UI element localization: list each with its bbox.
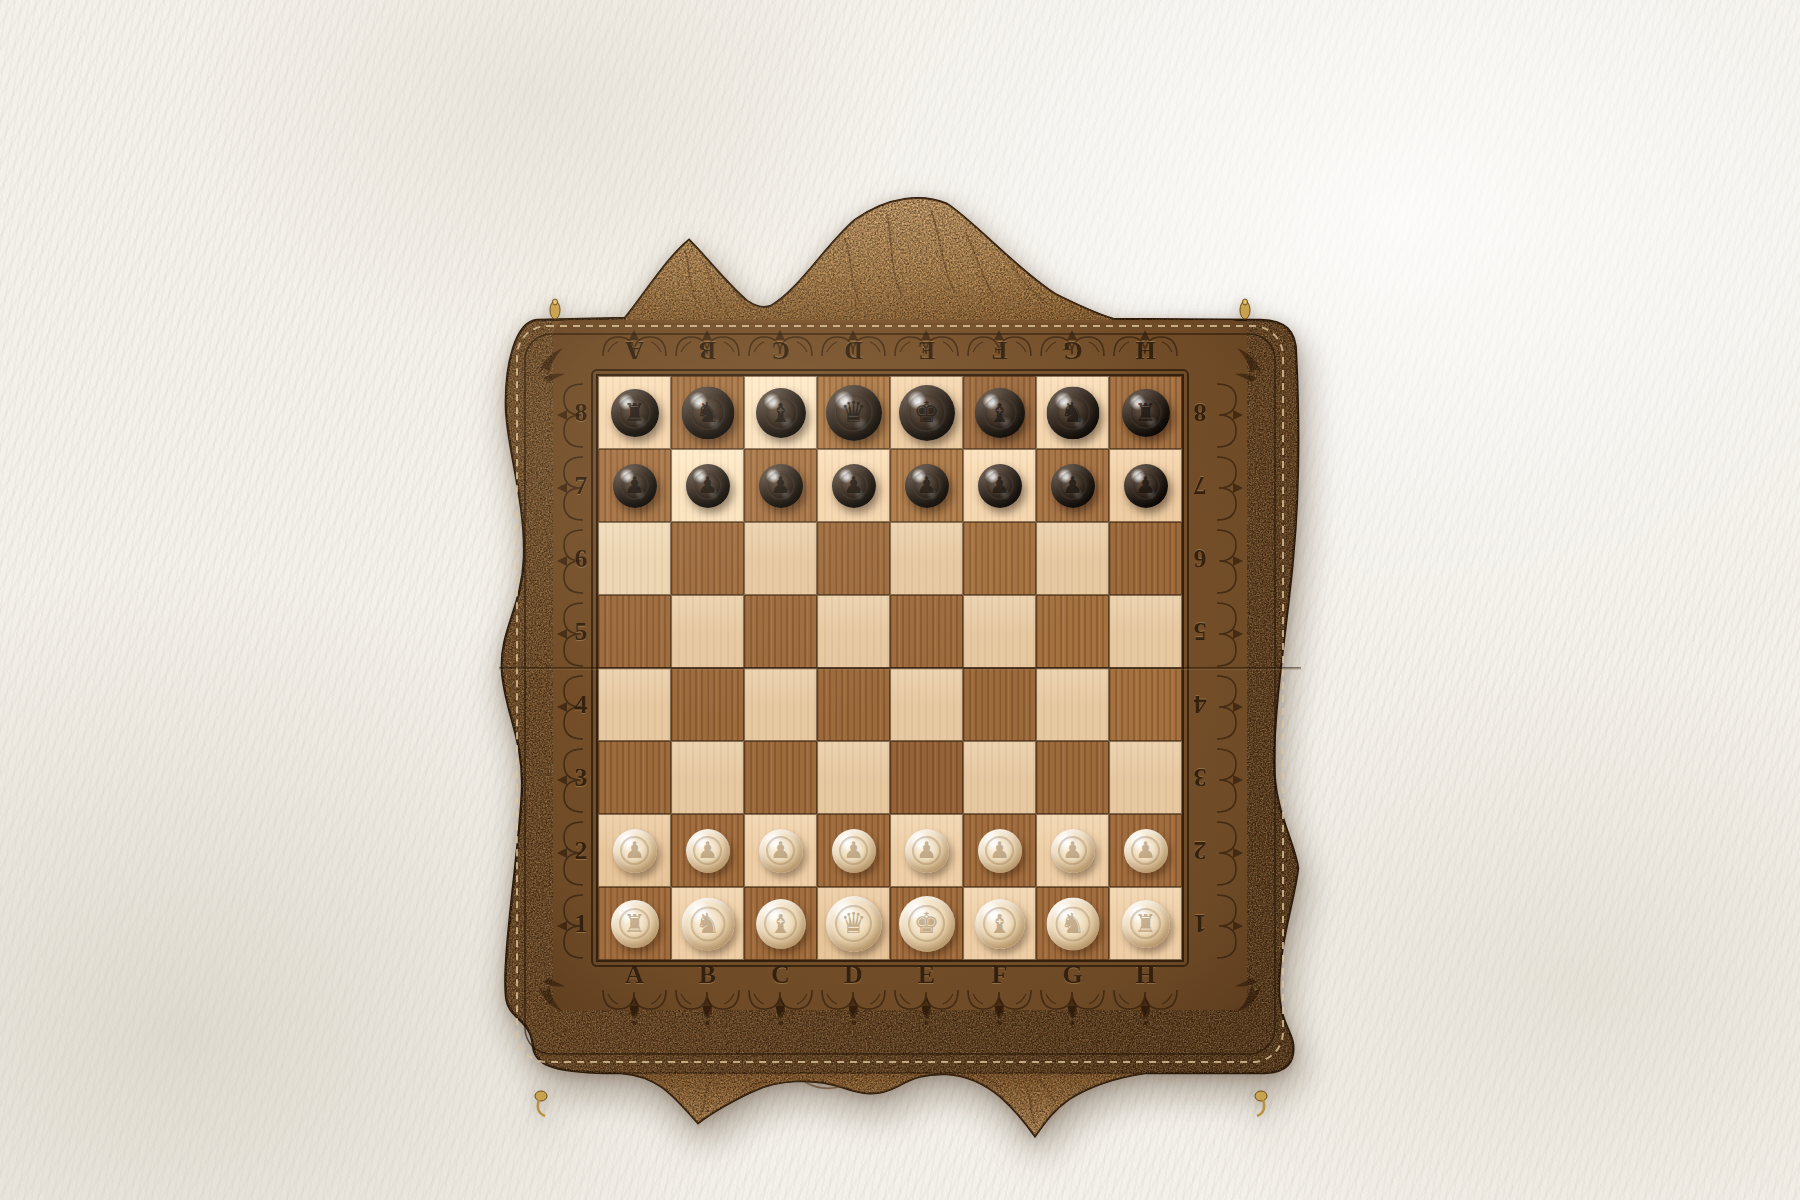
square-c4[interactable]	[744, 668, 817, 741]
piece-black-king-e8[interactable]: ♚	[899, 385, 955, 441]
square-h3[interactable]	[1109, 741, 1182, 814]
brass-clasp-bottom-left	[535, 1091, 547, 1116]
square-f6[interactable]	[963, 522, 1036, 595]
square-b6[interactable]	[671, 522, 744, 595]
piece-white-pawn-d2[interactable]: ♟	[832, 829, 876, 873]
white-knight-glyph: ♞	[695, 910, 720, 938]
piece-black-pawn-f7[interactable]: ♟	[978, 464, 1022, 508]
white-bishop-glyph: ♝	[988, 911, 1011, 937]
white-pawn-glyph: ♟	[989, 839, 1010, 862]
black-pawn-glyph: ♟	[1062, 474, 1083, 497]
square-b5[interactable]	[671, 595, 744, 668]
piece-black-pawn-h7[interactable]: ♟	[1124, 464, 1168, 508]
black-knight-glyph: ♞	[1060, 399, 1085, 427]
square-e5[interactable]	[890, 595, 963, 668]
fold-seam	[499, 667, 1301, 670]
white-pawn-glyph: ♟	[916, 839, 937, 862]
scene: { "game": "chess", "scene": { "setting":…	[0, 0, 1800, 1200]
piece-white-pawn-e2[interactable]: ♟	[905, 829, 949, 873]
piece-black-pawn-d7[interactable]: ♟	[832, 464, 876, 508]
square-a5[interactable]	[598, 595, 671, 668]
black-rook-glyph: ♜	[623, 400, 645, 425]
piece-black-pawn-b7[interactable]: ♟	[686, 464, 730, 508]
piece-black-pawn-g7[interactable]: ♟	[1051, 464, 1095, 508]
piece-black-pawn-e7[interactable]: ♟	[905, 464, 949, 508]
square-c6[interactable]	[744, 522, 817, 595]
black-pawn-glyph: ♟	[1135, 474, 1156, 497]
piece-white-bishop-c1[interactable]: ♝	[756, 899, 806, 949]
piece-white-bishop-f1[interactable]: ♝	[975, 899, 1025, 949]
square-h5[interactable]	[1109, 595, 1182, 668]
black-king-glyph: ♚	[914, 398, 940, 427]
brass-clasp-bottom-right	[1255, 1091, 1267, 1116]
brass-clasp-top-right	[1240, 299, 1250, 319]
square-f3[interactable]	[963, 741, 1036, 814]
square-e6[interactable]	[890, 522, 963, 595]
piece-white-knight-g1[interactable]: ♞	[1046, 897, 1099, 950]
black-pawn-glyph: ♟	[697, 474, 718, 497]
piece-black-pawn-a7[interactable]: ♟	[613, 464, 657, 508]
black-pawn-glyph: ♟	[770, 474, 791, 497]
white-rook-glyph: ♜	[1134, 911, 1156, 936]
piece-white-pawn-h2[interactable]: ♟	[1124, 829, 1168, 873]
white-bishop-glyph: ♝	[769, 911, 792, 937]
black-pawn-glyph: ♟	[916, 474, 937, 497]
square-d4[interactable]	[817, 668, 890, 741]
white-pawn-glyph: ♟	[624, 839, 645, 862]
piece-white-knight-b1[interactable]: ♞	[681, 897, 734, 950]
piece-white-queen-d1[interactable]: ♛	[826, 896, 882, 952]
piece-white-pawn-c2[interactable]: ♟	[759, 829, 803, 873]
black-pawn-glyph: ♟	[843, 474, 864, 497]
piece-white-rook-h1[interactable]: ♜	[1122, 900, 1170, 948]
piece-white-pawn-a2[interactable]: ♟	[613, 829, 657, 873]
square-f4[interactable]	[963, 668, 1036, 741]
white-pawn-glyph: ♟	[770, 839, 791, 862]
piece-white-rook-a1[interactable]: ♜	[611, 900, 659, 948]
square-b3[interactable]	[671, 741, 744, 814]
white-rook-glyph: ♜	[623, 911, 645, 936]
piece-white-king-e1[interactable]: ♚	[899, 896, 955, 952]
black-rook-glyph: ♜	[1134, 400, 1156, 425]
piece-white-pawn-g2[interactable]: ♟	[1051, 829, 1095, 873]
square-g6[interactable]	[1036, 522, 1109, 595]
white-pawn-glyph: ♟	[697, 839, 718, 862]
square-g4[interactable]	[1036, 668, 1109, 741]
piece-black-bishop-f8[interactable]: ♝	[975, 388, 1025, 438]
piece-black-bishop-c8[interactable]: ♝	[756, 388, 806, 438]
square-g3[interactable]	[1036, 741, 1109, 814]
square-b4[interactable]	[671, 668, 744, 741]
piece-black-pawn-c7[interactable]: ♟	[759, 464, 803, 508]
square-a3[interactable]	[598, 741, 671, 814]
square-d5[interactable]	[817, 595, 890, 668]
black-knight-glyph: ♞	[695, 399, 720, 427]
white-king-glyph: ♚	[914, 909, 940, 938]
square-h4[interactable]	[1109, 668, 1182, 741]
square-g5[interactable]	[1036, 595, 1109, 668]
square-a4[interactable]	[598, 668, 671, 741]
square-d3[interactable]	[817, 741, 890, 814]
white-pawn-glyph: ♟	[1135, 839, 1156, 862]
white-knight-glyph: ♞	[1060, 910, 1085, 938]
brass-clasp-top-left	[550, 299, 560, 319]
black-pawn-glyph: ♟	[989, 474, 1010, 497]
square-h6[interactable]	[1109, 522, 1182, 595]
square-e4[interactable]	[890, 668, 963, 741]
black-bishop-glyph: ♝	[988, 400, 1011, 426]
black-queen-glyph: ♛	[841, 398, 867, 427]
square-d6[interactable]	[817, 522, 890, 595]
chess-case: ABCDEFGH ABCDEFGH 87654321 87654321 ♜♞♝♛…	[495, 198, 1305, 1158]
piece-white-pawn-b2[interactable]: ♟	[686, 829, 730, 873]
piece-black-rook-a8[interactable]: ♜	[611, 389, 659, 437]
piece-black-queen-d8[interactable]: ♛	[826, 385, 882, 441]
white-queen-glyph: ♛	[841, 909, 867, 938]
square-a6[interactable]	[598, 522, 671, 595]
piece-white-pawn-f2[interactable]: ♟	[978, 829, 1022, 873]
piece-black-knight-g8[interactable]: ♞	[1046, 386, 1099, 439]
white-pawn-glyph: ♟	[843, 839, 864, 862]
piece-black-knight-b8[interactable]: ♞	[681, 386, 734, 439]
piece-black-rook-h8[interactable]: ♜	[1122, 389, 1170, 437]
black-bishop-glyph: ♝	[769, 400, 792, 426]
black-pawn-glyph: ♟	[624, 474, 645, 497]
square-f5[interactable]	[963, 595, 1036, 668]
white-pawn-glyph: ♟	[1062, 839, 1083, 862]
square-e3[interactable]	[890, 741, 963, 814]
square-c3[interactable]	[744, 741, 817, 814]
square-c5[interactable]	[744, 595, 817, 668]
